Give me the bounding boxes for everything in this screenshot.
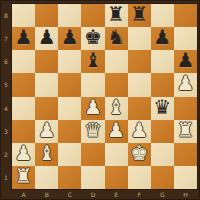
square-f7[interactable] bbox=[128, 27, 151, 50]
rank-label-3: 3 bbox=[0, 120, 12, 143]
piece-black-pawn-c7[interactable]: ♟ bbox=[61, 26, 79, 49]
square-a8[interactable] bbox=[12, 4, 35, 27]
piece-black-pawn-a7[interactable]: ♟ bbox=[15, 26, 33, 49]
square-a1[interactable]: ♜ bbox=[12, 166, 35, 189]
piece-black-queen-g4[interactable]: ♛ bbox=[153, 96, 171, 119]
square-h2[interactable] bbox=[174, 143, 197, 166]
piece-black-rook-e8[interactable]: ♜ bbox=[107, 3, 125, 26]
file-label-e: E bbox=[105, 189, 128, 200]
file-label-d: D bbox=[81, 189, 104, 200]
square-c3[interactable] bbox=[58, 120, 81, 143]
square-g5[interactable] bbox=[151, 73, 174, 96]
file-label-f: F bbox=[128, 189, 151, 200]
file-label-g: G bbox=[151, 189, 174, 200]
square-e3[interactable]: ♟ bbox=[105, 120, 128, 143]
square-h8[interactable] bbox=[174, 4, 197, 27]
piece-white-pawn-e3[interactable]: ♟ bbox=[107, 119, 125, 142]
square-c5[interactable] bbox=[58, 73, 81, 96]
square-a5[interactable] bbox=[12, 73, 35, 96]
square-h6[interactable]: ♟ bbox=[174, 50, 197, 73]
piece-white-pawn-b3[interactable]: ♟ bbox=[38, 119, 56, 142]
piece-white-queen-d3[interactable]: ♛ bbox=[84, 119, 102, 142]
chess-board-window: 87654321 ♜♜♟♟♟♚♞♟♝♟♟♟♝♛♟♛♟♟♜♟♝♚♜ ABCDEFG… bbox=[0, 0, 200, 200]
square-d7[interactable]: ♚ bbox=[81, 27, 104, 50]
rank-label-6: 6 bbox=[0, 50, 12, 73]
square-h7[interactable] bbox=[174, 27, 197, 50]
square-b5[interactable] bbox=[35, 73, 58, 96]
piece-black-rook-f8[interactable]: ♜ bbox=[130, 3, 148, 26]
piece-black-knight-e7[interactable]: ♞ bbox=[107, 26, 125, 49]
square-h3[interactable]: ♜ bbox=[174, 120, 197, 143]
square-c6[interactable] bbox=[58, 50, 81, 73]
square-b1[interactable] bbox=[35, 166, 58, 189]
piece-black-pawn-g7[interactable]: ♟ bbox=[153, 26, 171, 49]
square-c2[interactable] bbox=[58, 143, 81, 166]
square-e1[interactable] bbox=[105, 166, 128, 189]
piece-white-pawn-d4[interactable]: ♟ bbox=[84, 96, 102, 119]
square-a2[interactable]: ♟ bbox=[12, 143, 35, 166]
square-e5[interactable] bbox=[105, 73, 128, 96]
square-h1[interactable] bbox=[174, 166, 197, 189]
square-d5[interactable] bbox=[81, 73, 104, 96]
square-e7[interactable]: ♞ bbox=[105, 27, 128, 50]
square-c7[interactable]: ♟ bbox=[58, 27, 81, 50]
square-g7[interactable]: ♟ bbox=[151, 27, 174, 50]
square-b8[interactable] bbox=[35, 4, 58, 27]
file-labels: ABCDEFGH bbox=[12, 189, 197, 200]
rank-label-1: 1 bbox=[0, 166, 12, 189]
piece-white-king-f2[interactable]: ♚ bbox=[130, 142, 148, 165]
square-f3[interactable]: ♟ bbox=[128, 120, 151, 143]
piece-white-bishop-e4[interactable]: ♝ bbox=[107, 96, 125, 119]
square-g8[interactable] bbox=[151, 4, 174, 27]
square-e6[interactable] bbox=[105, 50, 128, 73]
square-f4[interactable] bbox=[128, 97, 151, 120]
square-d8[interactable] bbox=[81, 4, 104, 27]
square-g2[interactable] bbox=[151, 143, 174, 166]
square-a3[interactable] bbox=[12, 120, 35, 143]
square-g6[interactable] bbox=[151, 50, 174, 73]
square-a4[interactable] bbox=[12, 97, 35, 120]
chess-board[interactable]: ♜♜♟♟♟♚♞♟♝♟♟♟♝♛♟♛♟♟♜♟♝♚♜ bbox=[12, 4, 197, 189]
square-c1[interactable] bbox=[58, 166, 81, 189]
square-f6[interactable] bbox=[128, 50, 151, 73]
square-d2[interactable] bbox=[81, 143, 104, 166]
square-b6[interactable] bbox=[35, 50, 58, 73]
piece-black-bishop-d6[interactable]: ♝ bbox=[84, 49, 102, 72]
rank-label-7: 7 bbox=[0, 27, 12, 50]
square-e4[interactable]: ♝ bbox=[105, 97, 128, 120]
square-b3[interactable]: ♟ bbox=[35, 120, 58, 143]
square-f5[interactable] bbox=[128, 73, 151, 96]
rank-labels: 87654321 bbox=[0, 4, 12, 189]
piece-white-pawn-a2[interactable]: ♟ bbox=[15, 142, 33, 165]
file-label-c: C bbox=[58, 189, 81, 200]
square-d6[interactable]: ♝ bbox=[81, 50, 104, 73]
square-c8[interactable] bbox=[58, 4, 81, 27]
square-e8[interactable]: ♜ bbox=[105, 4, 128, 27]
piece-white-pawn-h5[interactable]: ♟ bbox=[176, 72, 194, 95]
piece-white-pawn-f3[interactable]: ♟ bbox=[130, 119, 148, 142]
square-f8[interactable]: ♜ bbox=[128, 4, 151, 27]
square-g1[interactable] bbox=[151, 166, 174, 189]
file-label-a: A bbox=[12, 189, 35, 200]
square-h5[interactable]: ♟ bbox=[174, 73, 197, 96]
rank-label-5: 5 bbox=[0, 73, 12, 96]
square-b2[interactable]: ♝ bbox=[35, 143, 58, 166]
rank-label-8: 8 bbox=[0, 4, 12, 27]
square-e2[interactable] bbox=[105, 143, 128, 166]
piece-white-rook-h3[interactable]: ♜ bbox=[176, 119, 194, 142]
square-f2[interactable]: ♚ bbox=[128, 143, 151, 166]
square-d3[interactable]: ♛ bbox=[81, 120, 104, 143]
rank-label-4: 4 bbox=[0, 97, 12, 120]
square-b7[interactable]: ♟ bbox=[35, 27, 58, 50]
square-g4[interactable]: ♛ bbox=[151, 97, 174, 120]
square-g3[interactable] bbox=[151, 120, 174, 143]
square-f1[interactable] bbox=[128, 166, 151, 189]
file-label-b: B bbox=[35, 189, 58, 200]
rank-label-2: 2 bbox=[0, 143, 12, 166]
square-a6[interactable] bbox=[12, 50, 35, 73]
square-h4[interactable] bbox=[174, 97, 197, 120]
square-d4[interactable]: ♟ bbox=[81, 97, 104, 120]
file-label-h: H bbox=[174, 189, 197, 200]
square-c4[interactable] bbox=[58, 97, 81, 120]
piece-black-pawn-b7[interactable]: ♟ bbox=[38, 26, 56, 49]
square-b4[interactable] bbox=[35, 97, 58, 120]
piece-white-rook-a1[interactable]: ♜ bbox=[15, 165, 33, 188]
piece-white-bishop-b2[interactable]: ♝ bbox=[38, 142, 56, 165]
square-d1[interactable] bbox=[81, 166, 104, 189]
piece-black-pawn-h6[interactable]: ♟ bbox=[176, 49, 194, 72]
square-a7[interactable]: ♟ bbox=[12, 27, 35, 50]
piece-black-king-d7[interactable]: ♚ bbox=[84, 26, 102, 49]
